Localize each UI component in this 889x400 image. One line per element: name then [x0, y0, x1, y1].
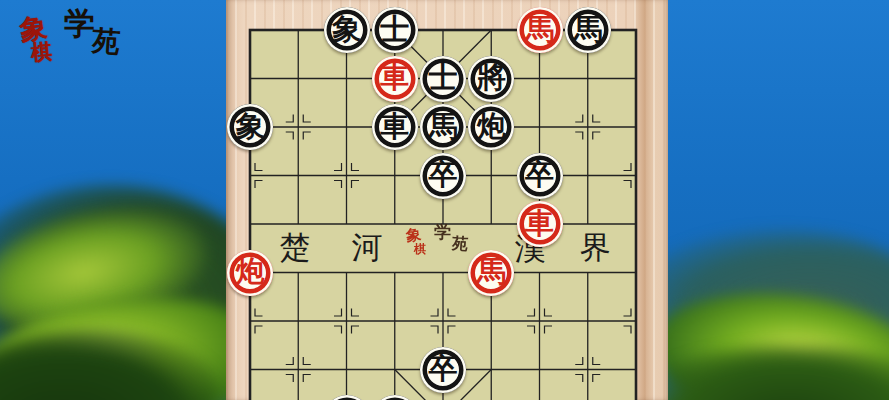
piece-unknown-partial[interactable] — [324, 395, 370, 400]
piece-glyph: 卒 — [429, 155, 458, 195]
logo-char: 棋 — [30, 41, 53, 64]
piece-black-車[interactable]: 車 — [372, 104, 418, 150]
piece-black-馬[interactable]: 馬 — [565, 7, 611, 53]
piece-glyph: 士 — [429, 58, 458, 98]
logo-char: 苑 — [91, 27, 121, 57]
piece-red-車[interactable]: 車 — [372, 56, 418, 102]
piece-glyph: 馬 — [429, 107, 458, 147]
piece-glyph: 卒 — [525, 155, 554, 195]
piece-black-卒[interactable]: 卒 — [420, 153, 466, 199]
piece-black-馬[interactable]: 馬 — [420, 104, 466, 150]
piece-black-卒[interactable]: 卒 — [517, 153, 563, 199]
piece-glyph: 車 — [380, 58, 409, 98]
piece-glyph: 炮 — [236, 252, 265, 292]
piece-unknown-partial[interactable] — [372, 395, 418, 400]
piece-red-炮[interactable]: 炮 — [227, 250, 273, 296]
piece-glyph: 士 — [380, 10, 409, 50]
piece-red-車[interactable]: 車 — [517, 201, 563, 247]
piece-glyph: 馬 — [573, 10, 602, 50]
xiangqi-board[interactable]: 楚 河 漢 界 象 棋 学 苑 象士馬馬車士將象車馬炮卒卒車炮馬卒 — [226, 0, 668, 400]
piece-glyph: 將 — [477, 58, 506, 98]
piece-glyph: 車 — [380, 107, 409, 147]
xiangqi-academy-logo: 象 棋 学 苑 — [18, 8, 133, 78]
piece-red-馬[interactable]: 馬 — [517, 7, 563, 53]
logo-char: 学 — [64, 8, 95, 39]
xiangqi-screenshot: 象 棋 学 苑 楚 河 漢 界 象 棋 学 苑 象士馬馬車士將象車馬炮卒卒車炮馬… — [0, 0, 889, 400]
piece-black-士[interactable]: 士 — [420, 56, 466, 102]
piece-black-炮[interactable]: 炮 — [468, 104, 514, 150]
piece-black-象[interactable]: 象 — [227, 104, 273, 150]
piece-glyph: 象 — [236, 107, 265, 147]
piece-black-象[interactable]: 象 — [324, 7, 370, 53]
piece-black-卒[interactable]: 卒 — [420, 347, 466, 393]
piece-glyph: 車 — [525, 204, 554, 244]
piece-glyph: 象 — [332, 10, 361, 50]
piece-glyph: 馬 — [477, 252, 506, 292]
piece-black-將[interactable]: 將 — [468, 56, 514, 102]
pieces-layer: 象士馬馬車士將象車馬炮卒卒車炮馬卒 — [226, 0, 668, 400]
piece-glyph: 馬 — [525, 10, 554, 50]
piece-red-馬[interactable]: 馬 — [468, 250, 514, 296]
piece-glyph: 炮 — [477, 107, 506, 147]
piece-black-士[interactable]: 士 — [372, 7, 418, 53]
piece-glyph: 卒 — [429, 349, 458, 389]
